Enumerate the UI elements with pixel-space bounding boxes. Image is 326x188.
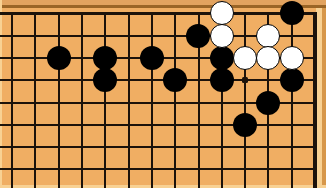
black-stone-P16[interactable] bbox=[210, 68, 234, 92]
black-stone-S19[interactable] bbox=[280, 1, 304, 25]
board-grid bbox=[0, 2, 326, 180]
black-stone-R15[interactable] bbox=[256, 91, 280, 115]
black-stone-K16[interactable] bbox=[93, 68, 117, 92]
white-stone-S17[interactable] bbox=[280, 46, 304, 70]
black-stone-O18[interactable] bbox=[186, 24, 210, 48]
go-board-diagram bbox=[0, 0, 326, 188]
black-stone-P17[interactable] bbox=[210, 46, 234, 70]
white-stone-R17[interactable] bbox=[256, 46, 280, 70]
black-stone-S16[interactable] bbox=[280, 68, 304, 92]
white-stone-Q17[interactable] bbox=[233, 46, 257, 70]
white-stone-P18[interactable] bbox=[210, 24, 234, 48]
white-stone-P19[interactable] bbox=[210, 1, 234, 25]
black-stone-N16[interactable] bbox=[163, 68, 187, 92]
black-stone-H17[interactable] bbox=[47, 46, 71, 70]
white-stone-R18[interactable] bbox=[256, 24, 280, 48]
star-point-Q16 bbox=[242, 77, 248, 83]
black-stone-Q14[interactable] bbox=[233, 113, 257, 137]
black-stone-K17[interactable] bbox=[93, 46, 117, 70]
black-stone-M17[interactable] bbox=[140, 46, 164, 70]
